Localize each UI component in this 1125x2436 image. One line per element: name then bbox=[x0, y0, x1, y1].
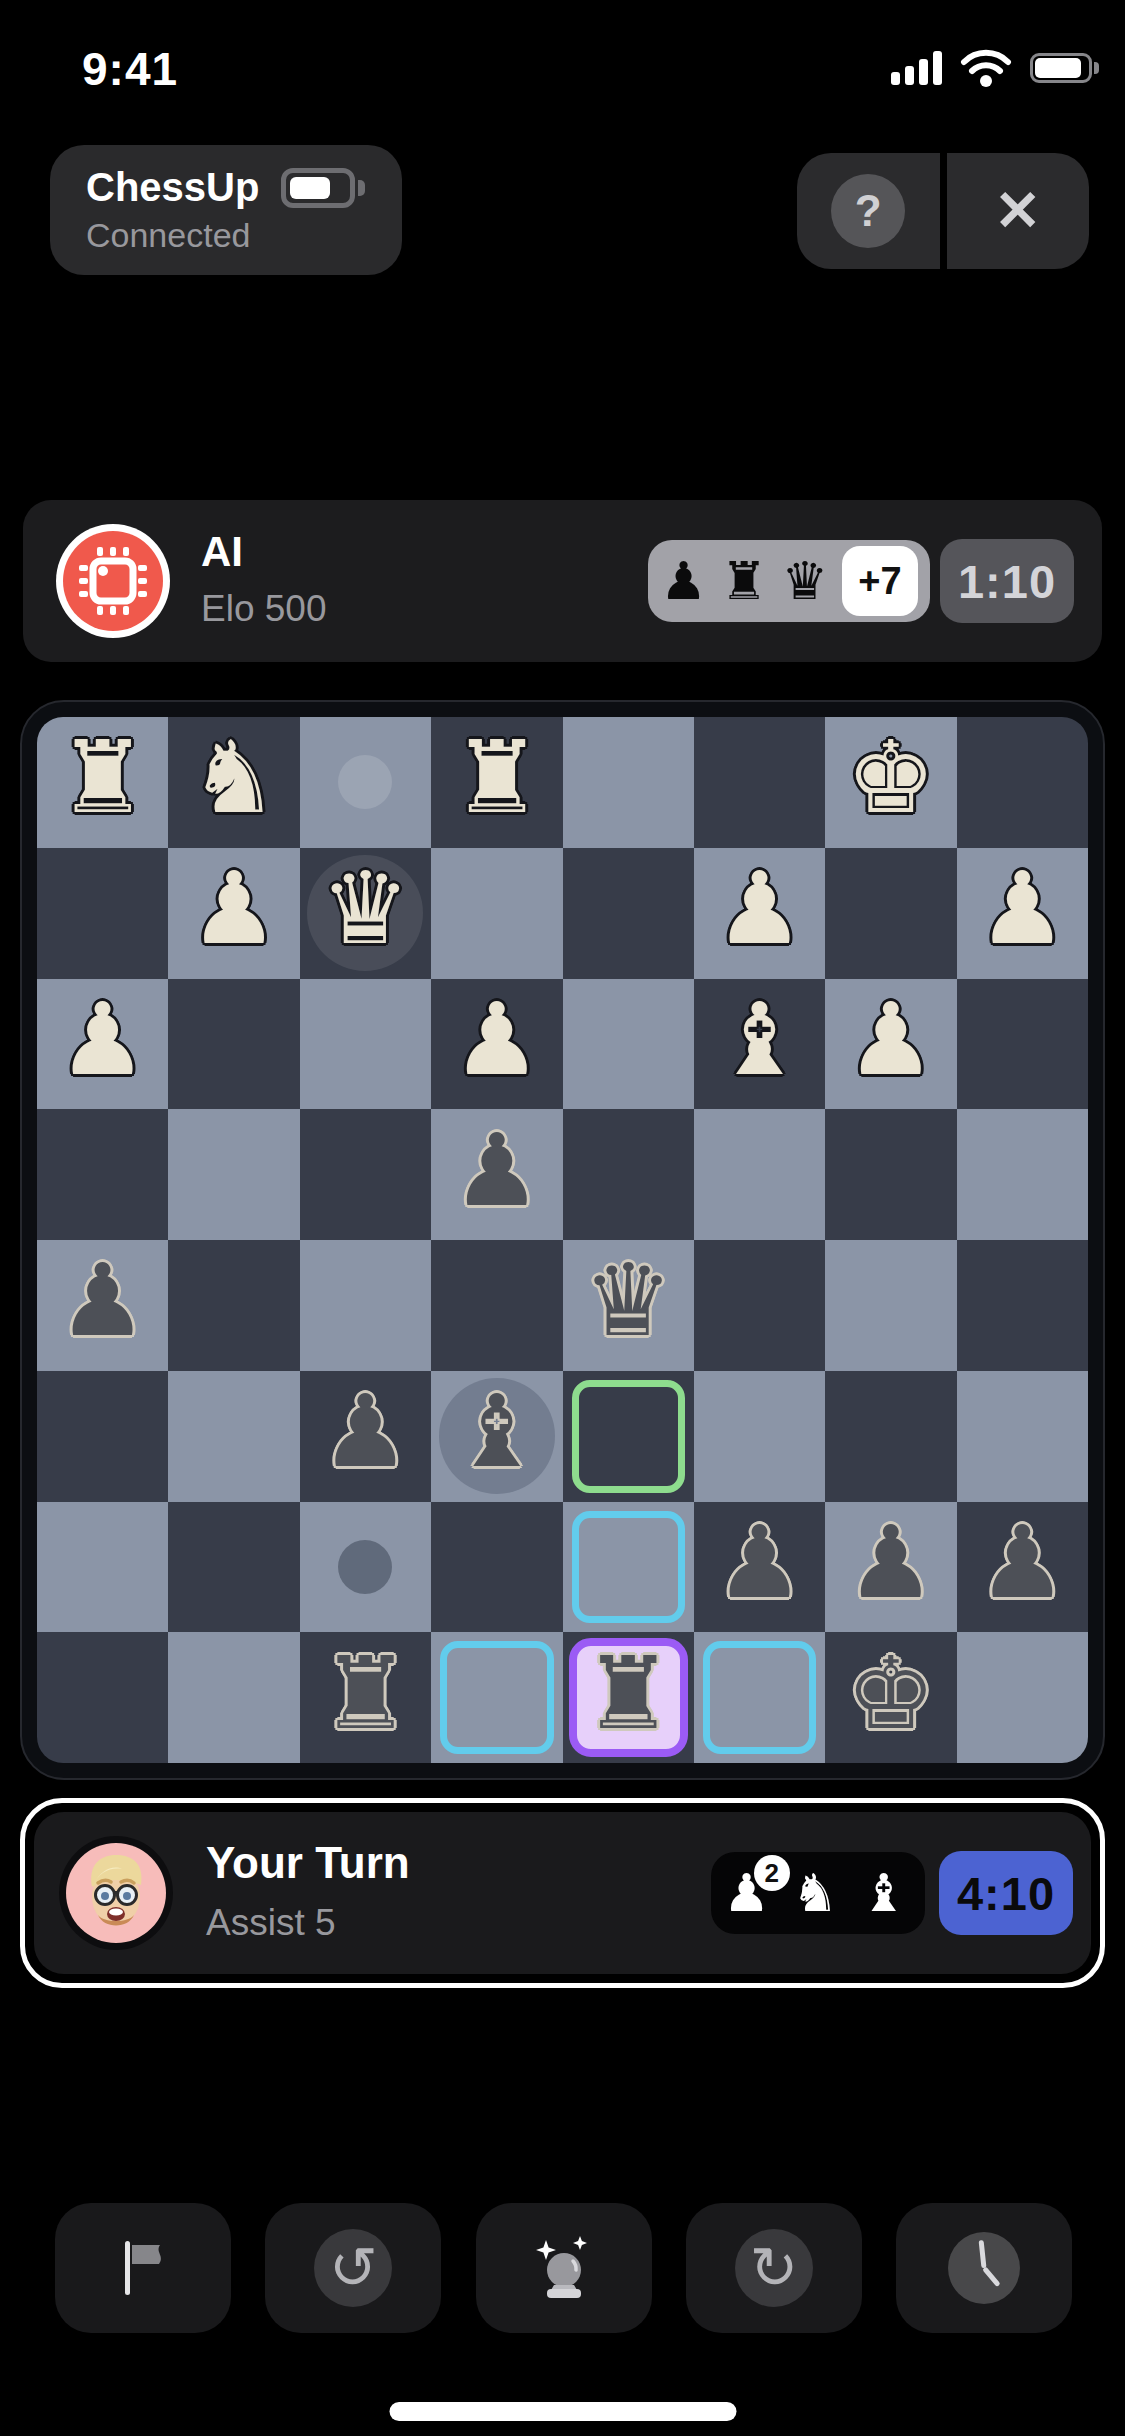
square-e8[interactable] bbox=[431, 1632, 562, 1763]
ai-elo: Elo 500 bbox=[201, 588, 327, 630]
home-indicator[interactable] bbox=[389, 2402, 736, 2421]
captured-knight: ♞ bbox=[792, 1867, 839, 1919]
square-g7[interactable] bbox=[168, 1502, 299, 1633]
marker-dot-light bbox=[338, 755, 392, 809]
square-d2[interactable] bbox=[563, 848, 694, 979]
user-avatar bbox=[58, 1835, 174, 1951]
button-divider bbox=[940, 153, 947, 269]
white-rook: ♜ bbox=[58, 728, 148, 828]
black-pawn: ♟ bbox=[321, 1382, 411, 1482]
memoji-face bbox=[91, 1855, 141, 1926]
white-king: ♚ bbox=[846, 728, 936, 828]
black-pawn: ♟ bbox=[715, 1513, 805, 1613]
user-player-card: Your Turn Assist 5 ♟2♞♝ 4:10 bbox=[34, 1812, 1091, 1974]
square-h1[interactable]: ♜ bbox=[37, 717, 168, 848]
square-f3[interactable] bbox=[300, 979, 431, 1110]
marker-dot-dark bbox=[338, 1540, 392, 1594]
square-c5[interactable] bbox=[694, 1240, 825, 1371]
chess-board-frame: ♜♞♜♚♟♛♟♟♟♟♝♟♟♟♛♟♝♟♟♟♜♜♚ bbox=[20, 700, 1105, 1780]
square-a5[interactable] bbox=[957, 1240, 1088, 1371]
square-f6[interactable]: ♟ bbox=[300, 1371, 431, 1502]
close-button[interactable]: ✕ bbox=[947, 153, 1090, 269]
undo-button[interactable]: ↺ bbox=[265, 2203, 441, 2333]
square-d4[interactable] bbox=[563, 1109, 694, 1240]
square-b2[interactable] bbox=[825, 848, 956, 979]
square-b1[interactable]: ♚ bbox=[825, 717, 956, 848]
help-button[interactable]: ? bbox=[797, 153, 940, 269]
marker-outline-cyan bbox=[703, 1641, 816, 1754]
square-e2[interactable] bbox=[431, 848, 562, 979]
user-captured-tray: ♟2♞♝ bbox=[711, 1852, 925, 1934]
user-captured-pieces: ♟2♞♝ bbox=[723, 1867, 907, 1919]
undo-icon: ↺ bbox=[329, 2239, 378, 2297]
hint-button[interactable] bbox=[476, 2203, 652, 2333]
square-h8[interactable] bbox=[37, 1632, 168, 1763]
square-f1[interactable] bbox=[300, 717, 431, 848]
square-f7[interactable] bbox=[300, 1502, 431, 1633]
square-g6[interactable] bbox=[168, 1371, 299, 1502]
square-c8[interactable] bbox=[694, 1632, 825, 1763]
ai-captured-tray: ♟♜♛ +7 bbox=[648, 540, 930, 622]
device-battery-icon bbox=[281, 168, 355, 208]
square-h3[interactable]: ♟ bbox=[37, 979, 168, 1110]
ai-avatar bbox=[55, 523, 171, 639]
wifi-icon bbox=[960, 49, 1012, 87]
device-status-pill[interactable]: ChessUp Connected bbox=[50, 145, 402, 275]
square-c3[interactable]: ♝ bbox=[694, 979, 825, 1110]
square-a3[interactable] bbox=[957, 979, 1088, 1110]
white-queen: ♛ bbox=[321, 859, 411, 959]
device-name: ChessUp bbox=[86, 165, 259, 210]
square-h4[interactable] bbox=[37, 1109, 168, 1240]
square-d7[interactable] bbox=[563, 1502, 694, 1633]
square-g2[interactable]: ♟ bbox=[168, 848, 299, 979]
captured-queen: ♛ bbox=[781, 555, 828, 607]
black-queen: ♛ bbox=[583, 1251, 673, 1351]
captured-bishop: ♝ bbox=[860, 1867, 907, 1919]
square-a7[interactable]: ♟ bbox=[957, 1502, 1088, 1633]
white-rook: ♜ bbox=[452, 728, 542, 828]
chessup-game-screen: 9:41 ChessUp bbox=[0, 0, 1125, 2436]
white-pawn: ♟ bbox=[189, 859, 279, 959]
clock-settings-button[interactable] bbox=[896, 2203, 1072, 2333]
square-g1[interactable]: ♞ bbox=[168, 717, 299, 848]
square-c4[interactable] bbox=[694, 1109, 825, 1240]
status-icons bbox=[891, 46, 1092, 90]
square-h6[interactable] bbox=[37, 1371, 168, 1502]
black-rook: ♜ bbox=[583, 1644, 673, 1744]
flag-icon bbox=[108, 2233, 178, 2303]
captured-count-badge: 2 bbox=[754, 1855, 790, 1891]
square-d1[interactable] bbox=[563, 717, 694, 848]
ai-player-card: AI Elo 500 ♟♜♛ +7 1:10 bbox=[23, 500, 1102, 662]
square-f5[interactable] bbox=[300, 1240, 431, 1371]
black-rook: ♜ bbox=[321, 1644, 411, 1744]
square-d5[interactable]: ♛ bbox=[563, 1240, 694, 1371]
square-d8[interactable]: ♜ bbox=[563, 1632, 694, 1763]
white-pawn: ♟ bbox=[846, 990, 936, 1090]
square-g3[interactable] bbox=[168, 979, 299, 1110]
black-pawn: ♟ bbox=[977, 1513, 1067, 1613]
black-pawn: ♟ bbox=[846, 1513, 936, 1613]
resign-button[interactable] bbox=[55, 2203, 231, 2333]
redo-button[interactable]: ↻ bbox=[686, 2203, 862, 2333]
help-icon: ? bbox=[831, 174, 905, 248]
close-icon: ✕ bbox=[994, 183, 1041, 239]
square-b6[interactable] bbox=[825, 1371, 956, 1502]
user-clock: 4:10 bbox=[939, 1851, 1073, 1935]
square-c6[interactable] bbox=[694, 1371, 825, 1502]
square-e6[interactable]: ♝ bbox=[431, 1371, 562, 1502]
square-c2[interactable]: ♟ bbox=[694, 848, 825, 979]
square-d6[interactable] bbox=[563, 1371, 694, 1502]
white-bishop: ♝ bbox=[715, 990, 805, 1090]
square-f8[interactable]: ♜ bbox=[300, 1632, 431, 1763]
marker-outline-cyan bbox=[572, 1511, 685, 1624]
header: ChessUp Connected ? ✕ bbox=[50, 145, 1089, 277]
help-close-pill: ? ✕ bbox=[797, 153, 1089, 269]
bottom-toolbar: ↺ ↻ bbox=[55, 2203, 1072, 2333]
clock-icon bbox=[948, 2232, 1020, 2304]
square-d3[interactable] bbox=[563, 979, 694, 1110]
marker-outline-green bbox=[572, 1380, 685, 1493]
square-b8[interactable]: ♚ bbox=[825, 1632, 956, 1763]
square-a1[interactable] bbox=[957, 717, 1088, 848]
crystal-ball-icon bbox=[524, 2228, 604, 2308]
ai-clock: 1:10 bbox=[940, 539, 1074, 623]
cellular-signal-icon bbox=[891, 51, 942, 85]
ai-name: AI bbox=[201, 528, 243, 576]
white-pawn: ♟ bbox=[977, 859, 1067, 959]
status-bar: 9:41 bbox=[0, 30, 1125, 100]
square-e1[interactable]: ♜ bbox=[431, 717, 562, 848]
user-card-highlight-border: Your Turn Assist 5 ♟2♞♝ 4:10 bbox=[20, 1798, 1105, 1988]
square-a8[interactable] bbox=[957, 1632, 1088, 1763]
square-g5[interactable] bbox=[168, 1240, 299, 1371]
square-b5[interactable] bbox=[825, 1240, 956, 1371]
assist-level: Assist 5 bbox=[206, 1902, 336, 1944]
black-pawn: ♟ bbox=[58, 1251, 148, 1351]
board-grid: ♜♞♜♚♟♛♟♟♟♟♝♟♟♟♛♟♝♟♟♟♜♜♚ bbox=[37, 717, 1088, 1763]
white-pawn: ♟ bbox=[58, 990, 148, 1090]
square-a2[interactable]: ♟ bbox=[957, 848, 1088, 979]
captured-pawn: ♟ bbox=[660, 555, 707, 607]
square-b4[interactable] bbox=[825, 1109, 956, 1240]
square-h7[interactable] bbox=[37, 1502, 168, 1633]
white-pawn: ♟ bbox=[452, 990, 542, 1090]
square-h2[interactable] bbox=[37, 848, 168, 979]
square-b7[interactable]: ♟ bbox=[825, 1502, 956, 1633]
black-king: ♚ bbox=[846, 1644, 936, 1744]
captured-pawn: ♟2 bbox=[723, 1867, 770, 1919]
black-pawn: ♟ bbox=[452, 1121, 542, 1221]
square-e5[interactable] bbox=[431, 1240, 562, 1371]
marker-outline-cyan bbox=[440, 1641, 553, 1754]
white-pawn: ♟ bbox=[715, 859, 805, 959]
black-bishop: ♝ bbox=[452, 1382, 542, 1482]
square-h5[interactable]: ♟ bbox=[37, 1240, 168, 1371]
square-e7[interactable] bbox=[431, 1502, 562, 1633]
square-c7[interactable]: ♟ bbox=[694, 1502, 825, 1633]
captured-rook: ♜ bbox=[721, 555, 768, 607]
square-f2[interactable]: ♛ bbox=[300, 848, 431, 979]
square-c1[interactable] bbox=[694, 717, 825, 848]
connection-status: Connected bbox=[86, 216, 402, 255]
square-e3[interactable]: ♟ bbox=[431, 979, 562, 1110]
white-knight: ♞ bbox=[189, 728, 279, 828]
square-g4[interactable] bbox=[168, 1109, 299, 1240]
material-advantage-badge: +7 bbox=[842, 546, 918, 616]
redo-icon: ↻ bbox=[749, 2239, 798, 2297]
battery-icon bbox=[1030, 53, 1092, 83]
square-g8[interactable] bbox=[168, 1632, 299, 1763]
ai-captured-pieces: ♟♜♛ bbox=[660, 555, 828, 607]
square-e4[interactable]: ♟ bbox=[431, 1109, 562, 1240]
status-time: 9:41 bbox=[82, 42, 178, 96]
square-a4[interactable] bbox=[957, 1109, 1088, 1240]
turn-indicator: Your Turn bbox=[206, 1838, 410, 1888]
square-a6[interactable] bbox=[957, 1371, 1088, 1502]
square-f4[interactable] bbox=[300, 1109, 431, 1240]
square-b3[interactable]: ♟ bbox=[825, 979, 956, 1110]
